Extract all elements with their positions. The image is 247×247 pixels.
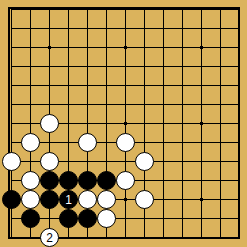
- go-board-diagram: 12: [0, 0, 247, 247]
- stone-white: [21, 133, 40, 152]
- stone-black: [40, 190, 59, 209]
- stone-white: [116, 133, 135, 152]
- board-intersections[interactable]: 12: [2, 0, 247, 247]
- stone-black-move-1: 1: [59, 190, 78, 209]
- stone-white: [40, 152, 59, 171]
- stone-white: [116, 171, 135, 190]
- stone-black: [2, 190, 21, 209]
- stone-white: [21, 190, 40, 209]
- stone-white: [135, 152, 154, 171]
- stone-black: [78, 209, 97, 228]
- stone-white: [135, 190, 154, 209]
- stone-black: [78, 171, 97, 190]
- stone-white: [21, 171, 40, 190]
- stone-white: [2, 152, 21, 171]
- stone-white-move-2: 2: [40, 228, 59, 247]
- stone-black: [97, 171, 116, 190]
- stone-black: [21, 209, 40, 228]
- stone-black: [40, 171, 59, 190]
- stone-black: [59, 171, 78, 190]
- stone-white: [97, 190, 116, 209]
- stone-white: [40, 114, 59, 133]
- stone-white: [78, 190, 97, 209]
- stone-white: [97, 209, 116, 228]
- stone-black: [59, 209, 78, 228]
- stone-white: [78, 133, 97, 152]
